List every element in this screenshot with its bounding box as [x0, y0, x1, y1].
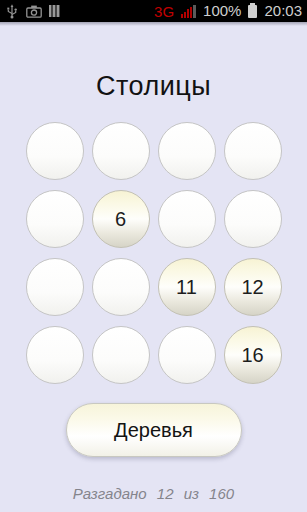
- level-circle-11[interactable]: 11: [158, 258, 216, 316]
- level-circle-9[interactable]: [26, 258, 84, 316]
- level-number: 11: [176, 276, 197, 299]
- level-circle-6[interactable]: 6: [92, 190, 150, 248]
- level-circle-13[interactable]: [26, 326, 84, 384]
- level-circle-4[interactable]: [224, 122, 282, 180]
- category-title: Столицы: [0, 71, 307, 102]
- battery-icon: [248, 5, 257, 18]
- signal-strength-icon: [181, 4, 196, 18]
- progress-text: Разгадано 12 из 160: [0, 485, 307, 502]
- level-circle-10[interactable]: [92, 258, 150, 316]
- level-circle-5[interactable]: [26, 190, 84, 248]
- level-circle-2[interactable]: [92, 122, 150, 180]
- stripes-icon: [49, 5, 60, 17]
- network-type-label: 3G: [154, 3, 174, 20]
- level-circle-12[interactable]: 12: [224, 258, 282, 316]
- level-circle-7[interactable]: [158, 190, 216, 248]
- level-circle-15[interactable]: [158, 326, 216, 384]
- level-grid: 6 11 12 16: [26, 122, 282, 384]
- level-number: 12: [241, 276, 263, 299]
- level-circle-3[interactable]: [158, 122, 216, 180]
- app-screen: 3G 100% 20:03 Столицы 6 11 12 16 Деревья…: [0, 0, 307, 512]
- next-category-button[interactable]: Деревья: [66, 403, 242, 457]
- level-circle-14[interactable]: [92, 326, 150, 384]
- level-number: 16: [241, 344, 263, 367]
- next-category-label: Деревья: [114, 419, 193, 442]
- usb-icon: [5, 3, 19, 19]
- level-circle-16[interactable]: 16: [224, 326, 282, 384]
- status-bar: 3G 100% 20:03: [0, 0, 307, 22]
- clock-label: 20:03: [264, 0, 302, 22]
- level-circle-1[interactable]: [26, 122, 84, 180]
- level-circle-8[interactable]: [224, 190, 282, 248]
- battery-percent-label: 100%: [203, 0, 241, 22]
- camera-icon: [26, 5, 42, 18]
- level-number: 6: [115, 208, 126, 231]
